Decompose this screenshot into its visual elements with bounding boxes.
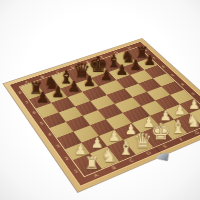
square-d1: ♛ <box>124 133 154 155</box>
piece-white-pawn: ♟ <box>108 129 121 143</box>
chess-board: ABCDEFGH ABCDEFGH 87654321 87654321 ♜♞♝♛… <box>4 39 200 192</box>
chess-grid: ♜♞♝♛♚♝♞♜♟♟♟♟♟♟♟♟♟♟♟♟♟♟♟♟♜♞♝♛♚♝♞♜ <box>20 47 200 176</box>
chess-set-photo: ABCDEFGH ABCDEFGH 87654321 87654321 ♜♞♝♛… <box>0 0 200 200</box>
square-c4 <box>82 110 106 126</box>
board-rim: ABCDEFGH ABCDEFGH 87654321 87654321 ♜♞♝♛… <box>4 39 200 192</box>
board-frame: ABCDEFGH ABCDEFGH 87654321 87654321 ♜♞♝♛… <box>10 42 200 186</box>
